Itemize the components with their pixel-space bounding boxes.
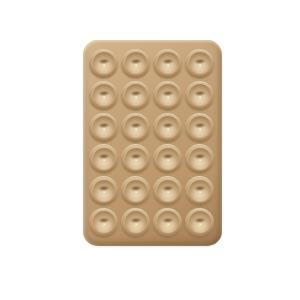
suction-cup-dome — [185, 144, 214, 173]
suction-cup-dome — [153, 81, 182, 110]
suction-cup-dome — [121, 176, 150, 205]
suction-cup-dome — [153, 49, 182, 78]
suction-cup-dome — [121, 49, 150, 78]
suction-cup-dome — [89, 113, 118, 142]
suction-cup-dome — [121, 144, 150, 173]
suction-cup-dome — [121, 208, 150, 237]
suction-cup-dome — [153, 176, 182, 205]
suction-cup-dome — [153, 113, 182, 142]
photo-background — [0, 0, 300, 300]
suction-cup-dome — [185, 208, 214, 237]
suction-cup-dome — [89, 144, 118, 173]
suction-cup-dome — [89, 176, 118, 205]
suction-cup-dome — [121, 81, 150, 110]
suction-cup-dome — [153, 144, 182, 173]
suction-cup-dome — [185, 176, 214, 205]
suction-cup-dome — [185, 81, 214, 110]
suction-pad-grid — [83, 40, 222, 246]
suction-cup-dome — [89, 208, 118, 237]
suction-cup-dome — [153, 208, 182, 237]
suction-cup-dome — [185, 113, 214, 142]
suction-pad — [83, 40, 222, 246]
suction-cup-dome — [121, 113, 150, 142]
suction-cup-dome — [89, 49, 118, 78]
suction-cup-dome — [185, 49, 214, 78]
suction-cup-dome — [89, 81, 118, 110]
